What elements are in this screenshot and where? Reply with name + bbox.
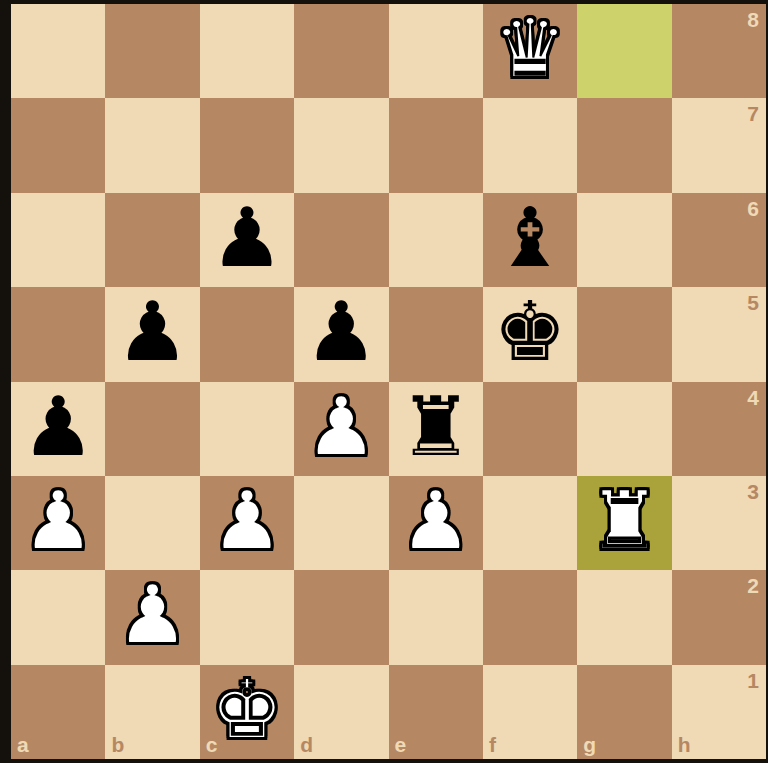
white-rook-piece[interactable]: ♜ bbox=[588, 480, 662, 562]
square-f8[interactable]: ♛ bbox=[483, 4, 577, 98]
square-d5[interactable]: ♟ bbox=[294, 287, 388, 381]
black-pawn-piece[interactable]: ♟ bbox=[210, 197, 284, 279]
white-pawn-piece[interactable]: ♟ bbox=[21, 480, 95, 562]
rank-coordinate-2: 2 bbox=[747, 575, 759, 596]
square-b4[interactable] bbox=[105, 382, 199, 476]
square-g4[interactable] bbox=[577, 382, 671, 476]
square-g7[interactable] bbox=[577, 98, 671, 192]
board-frame: ♛87♟♝6♟♟♚5♟♟♜4♟♟♟♜3♟2abc♚defgh1 bbox=[0, 0, 768, 763]
square-e8[interactable] bbox=[389, 4, 483, 98]
square-c3[interactable]: ♟ bbox=[200, 476, 294, 570]
square-h8[interactable]: 8 bbox=[672, 4, 766, 98]
rank-coordinate-5: 5 bbox=[747, 292, 759, 313]
square-a5[interactable] bbox=[11, 287, 105, 381]
square-e6[interactable] bbox=[389, 193, 483, 287]
square-c4[interactable] bbox=[200, 382, 294, 476]
rank-coordinate-8: 8 bbox=[747, 9, 759, 30]
square-h7[interactable]: 7 bbox=[672, 98, 766, 192]
square-f2[interactable] bbox=[483, 570, 577, 664]
white-pawn-piece[interactable]: ♟ bbox=[305, 386, 379, 468]
file-coordinate-a: a bbox=[17, 734, 29, 755]
square-c5[interactable] bbox=[200, 287, 294, 381]
square-a8[interactable] bbox=[11, 4, 105, 98]
rank-coordinate-7: 7 bbox=[747, 103, 759, 124]
square-b3[interactable] bbox=[105, 476, 199, 570]
square-e2[interactable] bbox=[389, 570, 483, 664]
square-g6[interactable] bbox=[577, 193, 671, 287]
rank-coordinate-1: 1 bbox=[747, 670, 759, 691]
black-pawn-piece[interactable]: ♟ bbox=[116, 291, 190, 373]
white-pawn-piece[interactable]: ♟ bbox=[210, 480, 284, 562]
square-a7[interactable] bbox=[11, 98, 105, 192]
square-g2[interactable] bbox=[577, 570, 671, 664]
black-pawn-piece[interactable]: ♟ bbox=[305, 291, 379, 373]
square-h3[interactable]: 3 bbox=[672, 476, 766, 570]
white-king-piece[interactable]: ♚ bbox=[210, 669, 284, 751]
square-e5[interactable] bbox=[389, 287, 483, 381]
square-f5[interactable]: ♚ bbox=[483, 287, 577, 381]
square-d7[interactable] bbox=[294, 98, 388, 192]
rank-coordinate-4: 4 bbox=[747, 387, 759, 408]
rank-coordinate-3: 3 bbox=[747, 481, 759, 502]
white-pawn-piece[interactable]: ♟ bbox=[399, 480, 473, 562]
square-d1[interactable]: d bbox=[294, 665, 388, 759]
square-h6[interactable]: 6 bbox=[672, 193, 766, 287]
file-coordinate-d: d bbox=[300, 734, 313, 755]
square-e4[interactable]: ♜ bbox=[389, 382, 483, 476]
file-coordinate-e: e bbox=[395, 734, 407, 755]
square-d3[interactable] bbox=[294, 476, 388, 570]
square-e3[interactable]: ♟ bbox=[389, 476, 483, 570]
square-f3[interactable] bbox=[483, 476, 577, 570]
file-coordinate-b: b bbox=[111, 734, 124, 755]
square-f7[interactable] bbox=[483, 98, 577, 192]
square-g3[interactable]: ♜ bbox=[577, 476, 671, 570]
square-g5[interactable] bbox=[577, 287, 671, 381]
black-king-piece[interactable]: ♚ bbox=[493, 291, 567, 373]
square-b6[interactable] bbox=[105, 193, 199, 287]
square-d2[interactable] bbox=[294, 570, 388, 664]
square-b8[interactable] bbox=[105, 4, 199, 98]
square-h5[interactable]: 5 bbox=[672, 287, 766, 381]
square-e7[interactable] bbox=[389, 98, 483, 192]
white-queen-piece[interactable]: ♛ bbox=[493, 8, 567, 90]
white-pawn-piece[interactable]: ♟ bbox=[116, 574, 190, 656]
square-f4[interactable] bbox=[483, 382, 577, 476]
black-bishop-piece[interactable]: ♝ bbox=[493, 197, 567, 279]
square-c2[interactable] bbox=[200, 570, 294, 664]
square-b5[interactable]: ♟ bbox=[105, 287, 199, 381]
square-c8[interactable] bbox=[200, 4, 294, 98]
square-c6[interactable]: ♟ bbox=[200, 193, 294, 287]
square-h2[interactable]: 2 bbox=[672, 570, 766, 664]
rank-coordinate-6: 6 bbox=[747, 198, 759, 219]
square-h1[interactable]: h1 bbox=[672, 665, 766, 759]
file-coordinate-g: g bbox=[583, 734, 596, 755]
file-coordinate-f: f bbox=[489, 734, 496, 755]
square-b1[interactable]: b bbox=[105, 665, 199, 759]
square-b2[interactable]: ♟ bbox=[105, 570, 199, 664]
square-d8[interactable] bbox=[294, 4, 388, 98]
square-c1[interactable]: c♚ bbox=[200, 665, 294, 759]
square-a1[interactable]: a bbox=[11, 665, 105, 759]
black-pawn-piece[interactable]: ♟ bbox=[21, 386, 95, 468]
square-e1[interactable]: e bbox=[389, 665, 483, 759]
square-d6[interactable] bbox=[294, 193, 388, 287]
file-coordinate-h: h bbox=[678, 734, 691, 755]
square-a3[interactable]: ♟ bbox=[11, 476, 105, 570]
square-a6[interactable] bbox=[11, 193, 105, 287]
square-h4[interactable]: 4 bbox=[672, 382, 766, 476]
square-g8[interactable] bbox=[577, 4, 671, 98]
square-f1[interactable]: f bbox=[483, 665, 577, 759]
square-a2[interactable] bbox=[11, 570, 105, 664]
square-g1[interactable]: g bbox=[577, 665, 671, 759]
square-d4[interactable]: ♟ bbox=[294, 382, 388, 476]
black-rook-piece[interactable]: ♜ bbox=[399, 386, 473, 468]
square-b7[interactable] bbox=[105, 98, 199, 192]
square-a4[interactable]: ♟ bbox=[11, 382, 105, 476]
square-f6[interactable]: ♝ bbox=[483, 193, 577, 287]
chess-board[interactable]: ♛87♟♝6♟♟♚5♟♟♜4♟♟♟♜3♟2abc♚defgh1 bbox=[11, 4, 766, 759]
square-c7[interactable] bbox=[200, 98, 294, 192]
